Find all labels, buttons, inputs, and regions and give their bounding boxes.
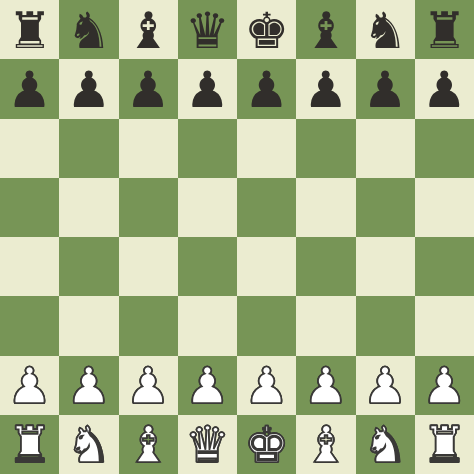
square-c8[interactable]: ♝	[119, 0, 178, 59]
black-pawn[interactable]: ♟	[126, 65, 171, 115]
black-knight[interactable]: ♞	[66, 6, 111, 56]
square-h4[interactable]	[415, 237, 474, 296]
square-f5[interactable]	[296, 178, 355, 237]
square-f1[interactable]: ♝	[296, 415, 355, 474]
square-g7[interactable]: ♟	[356, 59, 415, 118]
square-h2[interactable]: ♟	[415, 356, 474, 415]
square-a7[interactable]: ♟	[0, 59, 59, 118]
square-f2[interactable]: ♟	[296, 356, 355, 415]
white-knight[interactable]: ♞	[363, 420, 408, 470]
square-e4[interactable]	[237, 237, 296, 296]
black-pawn[interactable]: ♟	[303, 65, 348, 115]
square-d8[interactable]: ♛	[178, 0, 237, 59]
square-h7[interactable]: ♟	[415, 59, 474, 118]
square-b2[interactable]: ♟	[59, 356, 118, 415]
white-pawn[interactable]: ♟	[303, 361, 348, 411]
square-a2[interactable]: ♟	[0, 356, 59, 415]
white-pawn[interactable]: ♟	[66, 361, 111, 411]
chess-board: ♜♞♝♛♚♝♞♜♟♟♟♟♟♟♟♟♟♟♟♟♟♟♟♟♜♞♝♛♚♝♞♜	[0, 0, 474, 474]
square-h6[interactable]	[415, 119, 474, 178]
white-pawn[interactable]: ♟	[363, 361, 408, 411]
square-g6[interactable]	[356, 119, 415, 178]
square-a4[interactable]	[0, 237, 59, 296]
square-h3[interactable]	[415, 296, 474, 355]
square-g4[interactable]	[356, 237, 415, 296]
square-c6[interactable]	[119, 119, 178, 178]
square-g3[interactable]	[356, 296, 415, 355]
white-bishop[interactable]: ♝	[126, 420, 171, 470]
square-a6[interactable]	[0, 119, 59, 178]
black-pawn[interactable]: ♟	[422, 65, 467, 115]
square-b4[interactable]	[59, 237, 118, 296]
white-queen[interactable]: ♛	[185, 420, 230, 470]
square-a3[interactable]	[0, 296, 59, 355]
black-king[interactable]: ♚	[244, 6, 289, 56]
white-pawn[interactable]: ♟	[126, 361, 171, 411]
white-knight[interactable]: ♞	[66, 420, 111, 470]
white-pawn[interactable]: ♟	[422, 361, 467, 411]
square-h5[interactable]	[415, 178, 474, 237]
square-b5[interactable]	[59, 178, 118, 237]
square-b1[interactable]: ♞	[59, 415, 118, 474]
square-e7[interactable]: ♟	[237, 59, 296, 118]
black-pawn[interactable]: ♟	[185, 65, 230, 115]
black-pawn[interactable]: ♟	[66, 65, 111, 115]
square-c7[interactable]: ♟	[119, 59, 178, 118]
square-e5[interactable]	[237, 178, 296, 237]
square-d2[interactable]: ♟	[178, 356, 237, 415]
white-bishop[interactable]: ♝	[303, 420, 348, 470]
square-g8[interactable]: ♞	[356, 0, 415, 59]
black-pawn[interactable]: ♟	[363, 65, 408, 115]
square-a5[interactable]	[0, 178, 59, 237]
black-rook[interactable]: ♜	[7, 6, 52, 56]
square-h8[interactable]: ♜	[415, 0, 474, 59]
square-f4[interactable]	[296, 237, 355, 296]
white-pawn[interactable]: ♟	[7, 361, 52, 411]
square-b6[interactable]	[59, 119, 118, 178]
white-king[interactable]: ♚	[244, 420, 289, 470]
square-d7[interactable]: ♟	[178, 59, 237, 118]
square-d3[interactable]	[178, 296, 237, 355]
white-pawn[interactable]: ♟	[185, 361, 230, 411]
white-pawn[interactable]: ♟	[244, 361, 289, 411]
black-bishop[interactable]: ♝	[126, 6, 171, 56]
square-f3[interactable]	[296, 296, 355, 355]
square-f7[interactable]: ♟	[296, 59, 355, 118]
square-e1[interactable]: ♚	[237, 415, 296, 474]
square-e2[interactable]: ♟	[237, 356, 296, 415]
square-g5[interactable]	[356, 178, 415, 237]
square-h1[interactable]: ♜	[415, 415, 474, 474]
black-pawn[interactable]: ♟	[244, 65, 289, 115]
square-d1[interactable]: ♛	[178, 415, 237, 474]
white-rook[interactable]: ♜	[422, 420, 467, 470]
square-d5[interactable]	[178, 178, 237, 237]
black-queen[interactable]: ♛	[185, 6, 230, 56]
square-a1[interactable]: ♜	[0, 415, 59, 474]
square-g2[interactable]: ♟	[356, 356, 415, 415]
square-e6[interactable]	[237, 119, 296, 178]
black-rook[interactable]: ♜	[422, 6, 467, 56]
square-d4[interactable]	[178, 237, 237, 296]
square-b8[interactable]: ♞	[59, 0, 118, 59]
black-knight[interactable]: ♞	[363, 6, 408, 56]
square-c2[interactable]: ♟	[119, 356, 178, 415]
square-b7[interactable]: ♟	[59, 59, 118, 118]
square-g1[interactable]: ♞	[356, 415, 415, 474]
square-f8[interactable]: ♝	[296, 0, 355, 59]
white-rook[interactable]: ♜	[7, 420, 52, 470]
black-pawn[interactable]: ♟	[7, 65, 52, 115]
square-d6[interactable]	[178, 119, 237, 178]
square-c5[interactable]	[119, 178, 178, 237]
square-a8[interactable]: ♜	[0, 0, 59, 59]
square-e8[interactable]: ♚	[237, 0, 296, 59]
black-bishop[interactable]: ♝	[303, 6, 348, 56]
square-c1[interactable]: ♝	[119, 415, 178, 474]
square-b3[interactable]	[59, 296, 118, 355]
square-e3[interactable]	[237, 296, 296, 355]
square-c3[interactable]	[119, 296, 178, 355]
square-c4[interactable]	[119, 237, 178, 296]
square-f6[interactable]	[296, 119, 355, 178]
